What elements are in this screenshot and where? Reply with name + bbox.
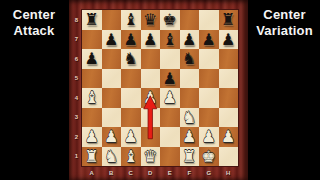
square-a8: ♜ [82,10,102,30]
square-f3: ♞ [180,108,200,128]
piece-black-knight-f6: ♞ [180,49,200,69]
piece-black-rook-a8: ♜ [82,10,102,30]
file-label-c: C [121,167,141,178]
square-e1 [160,147,180,167]
piece-black-pawn-d7: ♟ [141,30,161,50]
piece-white-rook-a1: ♜ [82,147,102,167]
square-f4 [180,88,200,108]
file-label-g: G [199,167,219,178]
right-caption-line1: Center [249,7,320,23]
square-g8 [199,10,219,30]
piece-white-queen-d1: ♛ [141,147,161,167]
rank-label-5: 5 [71,69,82,89]
file-label-f: F [180,167,200,178]
rank-label-3: 3 [71,108,82,128]
piece-white-pawn-h2: ♟ [219,127,239,147]
piece-white-pawn-g2: ♟ [199,127,219,147]
square-b3 [102,108,122,128]
square-h2: ♟ [219,127,239,147]
right-caption-line2: Variation [249,23,320,39]
square-d6 [141,49,161,69]
rank-label-8: 8 [71,10,82,30]
square-f6: ♞ [180,49,200,69]
rank-label-1: 1 [71,147,82,167]
right-caption: Center Variation [249,7,320,39]
square-c7: ♟ [121,30,141,50]
square-b2: ♟ [102,127,122,147]
video-frame: Center Attack 87654321 ♜♝♛♚♜♟♟♟♝♟♟♟♟♞♞♟♝… [0,0,320,180]
piece-white-pawn-a2: ♟ [82,127,102,147]
square-d1: ♛ [141,147,161,167]
square-c8: ♝ [121,10,141,30]
piece-black-bishop-c8: ♝ [121,10,141,30]
square-d7: ♟ [141,30,161,50]
file-label-d: D [141,167,161,178]
rank-label-2: 2 [71,127,82,147]
square-h8: ♜ [219,10,239,30]
piece-black-rook-h8: ♜ [219,10,239,30]
square-d5 [141,69,161,89]
square-e5: ♟ [160,69,180,89]
rank-label-7: 7 [71,30,82,50]
piece-black-queen-d8: ♛ [141,10,161,30]
piece-black-pawn-b7: ♟ [102,30,122,50]
piece-black-pawn-h7: ♟ [219,30,239,50]
piece-white-pawn-c2: ♟ [121,127,141,147]
square-h1 [219,147,239,167]
square-a7 [82,30,102,50]
square-h4 [219,88,239,108]
piece-white-king-g1: ♚ [199,147,219,167]
square-g7: ♟ [199,30,219,50]
rank-labels: 87654321 [71,10,82,166]
square-f7: ♟ [180,30,200,50]
square-g3 [199,108,219,128]
square-b1: ♞ [102,147,122,167]
piece-white-rook-f1: ♜ [180,147,200,167]
square-g5 [199,69,219,89]
square-b8 [102,10,122,30]
file-label-e: E [160,167,180,178]
square-a1: ♜ [82,147,102,167]
square-c6: ♞ [121,49,141,69]
file-labels: ABCDEFGH [82,167,238,178]
piece-black-knight-c6: ♞ [121,49,141,69]
square-c2: ♟ [121,127,141,147]
square-e3 [160,108,180,128]
square-g6 [199,49,219,69]
piece-black-pawn-c7: ♟ [121,30,141,50]
square-g2: ♟ [199,127,219,147]
square-e4: ♟ [160,88,180,108]
square-g4 [199,88,219,108]
piece-white-bishop-a4: ♝ [82,88,102,108]
square-f5 [180,69,200,89]
piece-black-pawn-g7: ♟ [199,30,219,50]
square-h5 [219,69,239,89]
square-c5 [121,69,141,89]
square-c4 [121,88,141,108]
square-e6 [160,49,180,69]
square-h3 [219,108,239,128]
square-e2 [160,127,180,147]
piece-black-pawn-a6: ♟ [82,49,102,69]
square-f8 [180,10,200,30]
square-g1: ♚ [199,147,219,167]
square-e8: ♚ [160,10,180,30]
piece-black-king-e8: ♚ [160,10,180,30]
square-b4 [102,88,122,108]
square-h7: ♟ [219,30,239,50]
file-label-h: H [219,167,239,178]
file-label-b: B [102,167,122,178]
piece-white-pawn-f2: ♟ [180,127,200,147]
left-caption-line1: Center [0,7,68,23]
board-frame: 87654321 ♜♝♛♚♜♟♟♟♝♟♟♟♟♞♞♟♝♟♟♞♟♟♟♟♟♟♜♞♝♛♜… [69,0,248,180]
file-label-a: A [82,167,102,178]
square-d2 [141,127,161,147]
piece-white-bishop-c1: ♝ [121,147,141,167]
rank-label-4: 4 [71,88,82,108]
square-e7: ♝ [160,30,180,50]
left-caption: Center Attack [0,7,68,39]
square-a2: ♟ [82,127,102,147]
piece-white-pawn-d4: ♟ [141,88,161,108]
square-c3 [121,108,141,128]
square-a5 [82,69,102,89]
square-c1: ♝ [121,147,141,167]
square-a6: ♟ [82,49,102,69]
square-a3 [82,108,102,128]
piece-white-pawn-e4: ♟ [160,88,180,108]
rank-label-6: 6 [71,49,82,69]
square-b7: ♟ [102,30,122,50]
square-f1: ♜ [180,147,200,167]
square-d8: ♛ [141,10,161,30]
piece-black-bishop-e7: ♝ [160,30,180,50]
piece-white-pawn-b2: ♟ [102,127,122,147]
square-h6 [219,49,239,69]
square-f2: ♟ [180,127,200,147]
piece-black-pawn-e5: ♟ [160,69,180,89]
piece-black-pawn-f7: ♟ [180,30,200,50]
piece-white-knight-b1: ♞ [102,147,122,167]
chess-board: ♜♝♛♚♜♟♟♟♝♟♟♟♟♞♞♟♝♟♟♞♟♟♟♟♟♟♜♞♝♛♜♚ [82,10,238,166]
square-a4: ♝ [82,88,102,108]
square-d3 [141,108,161,128]
piece-white-knight-f3: ♞ [180,108,200,128]
square-d4: ♟ [141,88,161,108]
square-b6 [102,49,122,69]
left-caption-line2: Attack [0,23,68,39]
square-b5 [102,69,122,89]
